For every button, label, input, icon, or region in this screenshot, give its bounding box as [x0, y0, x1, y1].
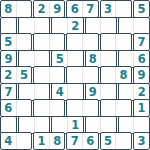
- brick: [66, 33, 98, 51]
- board-row-3: 57: [0, 33, 150, 51]
- cell-r2-c8[interactable]: [119, 18, 134, 34]
- cell-r3-c4[interactable]: [49, 34, 65, 50]
- cell-r5-c8[interactable]: 8: [115, 67, 131, 83]
- brick: 29: [33, 0, 65, 18]
- cell-r6-c5[interactable]: [67, 84, 83, 100]
- board-row-5: 2589: [0, 66, 150, 84]
- brick: [0, 17, 17, 35]
- brick: [18, 116, 50, 134]
- cell-r6-c8[interactable]: [119, 84, 134, 100]
- cell-r7-c6[interactable]: [82, 100, 98, 116]
- cell-r6-c7[interactable]: [100, 84, 116, 100]
- brick: 7: [0, 83, 17, 101]
- brick: 8: [85, 50, 117, 68]
- brick: [33, 99, 65, 117]
- brick: 18: [33, 132, 65, 150]
- brick: [66, 66, 98, 84]
- cell-r2-c3[interactable]: [34, 18, 50, 34]
- cell-r2-c2[interactable]: [19, 18, 34, 34]
- cell-r2-c4[interactable]: [52, 18, 67, 34]
- cell-r8-c4[interactable]: [52, 117, 67, 133]
- cell-r2-c7[interactable]: [100, 18, 116, 34]
- brick: [0, 116, 17, 134]
- cell-r4-c5[interactable]: [67, 51, 83, 67]
- cell-r9-c1[interactable]: 4: [1, 133, 16, 149]
- cell-r4-c2[interactable]: [19, 51, 34, 67]
- brick: 5: [133, 0, 150, 18]
- cell-r9-c3[interactable]: 1: [34, 133, 49, 149]
- cell-r5-c6[interactable]: [82, 67, 98, 83]
- cell-r1-c5[interactable]: 6: [67, 1, 82, 17]
- cell-r6-c1[interactable]: 7: [1, 84, 16, 100]
- cell-r3-c5[interactable]: [67, 34, 82, 50]
- board-row-9: 4187653: [0, 132, 150, 150]
- brick: 9: [0, 50, 17, 68]
- cell-r7-c7[interactable]: [101, 100, 116, 116]
- board-row-4: 9586: [0, 50, 150, 68]
- cell-r3-c3[interactable]: [34, 34, 49, 50]
- cell-r2-c6[interactable]: [86, 18, 101, 34]
- cell-r4-c6[interactable]: 8: [86, 51, 101, 67]
- cell-r4-c9[interactable]: 6: [133, 51, 149, 67]
- brick: 8: [0, 0, 32, 18]
- cell-r8-c3[interactable]: [34, 117, 50, 133]
- brick: 1: [133, 99, 150, 117]
- cell-r3-c7[interactable]: [101, 34, 116, 50]
- cell-r6-c6[interactable]: 9: [86, 84, 101, 100]
- brick: 67: [66, 0, 98, 18]
- cell-r5-c2[interactable]: 5: [16, 67, 32, 83]
- cell-r4-c1[interactable]: 9: [1, 51, 16, 67]
- cell-r5-c7[interactable]: [101, 67, 116, 83]
- cell-r9-c2[interactable]: [16, 133, 32, 149]
- brick: 9: [85, 83, 117, 101]
- cell-r3-c2[interactable]: [16, 34, 32, 50]
- brick: 2: [51, 17, 83, 35]
- cell-r5-c3[interactable]: [34, 67, 49, 83]
- cell-r3-c6[interactable]: [82, 34, 98, 50]
- cell-r1-c2[interactable]: [16, 1, 32, 17]
- board-row-8: 1: [0, 116, 150, 134]
- cell-r9-c6[interactable]: 6: [82, 133, 98, 149]
- brick: 5: [0, 33, 32, 51]
- cell-r1-c4[interactable]: 9: [49, 1, 65, 17]
- brick: [100, 99, 132, 117]
- brick: [85, 17, 117, 35]
- cell-r4-c3[interactable]: [34, 51, 50, 67]
- brick: 4: [0, 132, 32, 150]
- brick: [18, 50, 50, 68]
- cell-r6-c4[interactable]: 4: [52, 84, 67, 100]
- cell-r8-c9[interactable]: [133, 117, 149, 133]
- brick: [118, 116, 150, 134]
- brick: 6: [118, 50, 150, 68]
- cell-r7-c9[interactable]: 1: [134, 100, 149, 116]
- cell-r7-c3[interactable]: [34, 100, 49, 116]
- brick: 8: [100, 66, 132, 84]
- board-row-1: 8296735: [0, 0, 150, 18]
- cell-r7-c8[interactable]: [115, 100, 131, 116]
- brick: 76: [66, 132, 98, 150]
- cell-r5-c5[interactable]: [67, 67, 82, 83]
- brick: [18, 17, 50, 35]
- brick: 9: [133, 66, 150, 84]
- cell-r3-c8[interactable]: [115, 34, 131, 50]
- brick: 1: [51, 116, 83, 134]
- brick: 2: [118, 83, 150, 101]
- cell-r1-c3[interactable]: 2: [34, 1, 49, 17]
- cell-r1-c1[interactable]: 8: [1, 1, 16, 17]
- cell-r7-c5[interactable]: [67, 100, 82, 116]
- cell-r7-c1[interactable]: 6: [1, 100, 16, 116]
- cell-r8-c7[interactable]: [100, 117, 116, 133]
- cell-r1-c8[interactable]: [115, 1, 131, 17]
- cell-r2-c9[interactable]: [133, 18, 149, 34]
- cell-r9-c8[interactable]: [115, 133, 131, 149]
- brick: [118, 17, 150, 35]
- brick: 25: [0, 66, 32, 84]
- cell-r4-c8[interactable]: [119, 51, 134, 67]
- cell-r5-c4[interactable]: [49, 67, 65, 83]
- cell-r3-c1[interactable]: 5: [1, 34, 16, 50]
- brick: [33, 66, 65, 84]
- cell-r8-c5[interactable]: 1: [67, 117, 83, 133]
- cell-r4-c4[interactable]: 5: [52, 51, 67, 67]
- cell-r1-c9[interactable]: 5: [134, 1, 149, 17]
- cell-r1-c6[interactable]: 7: [82, 1, 98, 17]
- sudoku-board: 82967352579586258974926114187653: [0, 0, 150, 150]
- cell-r8-c2[interactable]: [19, 117, 34, 133]
- cell-r2-c1[interactable]: [1, 18, 16, 34]
- brick: [66, 99, 98, 117]
- cell-r9-c5[interactable]: 7: [67, 133, 82, 149]
- cell-r4-c7[interactable]: [100, 51, 116, 67]
- cell-r5-c1[interactable]: 2: [1, 67, 16, 83]
- brick: [85, 116, 117, 134]
- board-row-6: 7492: [0, 83, 150, 101]
- cell-r9-c7[interactable]: 5: [101, 133, 116, 149]
- cell-r6-c3[interactable]: [34, 84, 50, 100]
- board-row-7: 61: [0, 99, 150, 117]
- cell-r6-c9[interactable]: 2: [133, 84, 149, 100]
- cell-r3-c9[interactable]: 7: [134, 34, 149, 50]
- brick: [33, 33, 65, 51]
- brick: 5: [51, 50, 83, 68]
- brick: 6: [0, 99, 32, 117]
- brick: 3: [133, 132, 150, 150]
- cell-r7-c2[interactable]: [16, 100, 32, 116]
- board-row-2: 2: [0, 17, 150, 35]
- brick: 7: [133, 33, 150, 51]
- brick: 3: [100, 0, 132, 18]
- brick: 5: [100, 132, 132, 150]
- cell-r6-c2[interactable]: [19, 84, 34, 100]
- brick: [18, 83, 50, 101]
- brick: 4: [51, 83, 83, 101]
- cell-r1-c7[interactable]: 3: [101, 1, 116, 17]
- cell-r8-c6[interactable]: [86, 117, 101, 133]
- cell-r9-c9[interactable]: 3: [134, 133, 149, 149]
- cell-r7-c4[interactable]: [49, 100, 65, 116]
- cell-r9-c4[interactable]: 8: [49, 133, 65, 149]
- cell-r8-c1[interactable]: [1, 117, 16, 133]
- cell-r2-c5[interactable]: 2: [67, 18, 83, 34]
- brick: [100, 33, 132, 51]
- cell-r8-c8[interactable]: [119, 117, 134, 133]
- cell-r5-c9[interactable]: 9: [134, 67, 149, 83]
